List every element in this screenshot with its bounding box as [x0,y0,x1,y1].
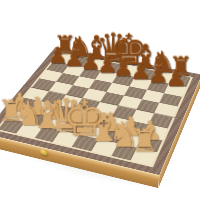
photo-scene: ♜♞♝♛♚♝♞♜♟♟♟♟♟♟♟♟♟♟♟♟♟♟♟♟♜♞♝♛♚♝♞♜ [0,0,200,200]
brass-clasp-icon [40,149,48,157]
folding-chess-box: ♜♞♝♛♚♝♞♜♟♟♟♟♟♟♟♟♟♟♟♟♟♟♟♟♜♞♝♛♚♝♞♜ [0,47,200,175]
piece-white-rook-h1: ♜ [110,125,178,157]
